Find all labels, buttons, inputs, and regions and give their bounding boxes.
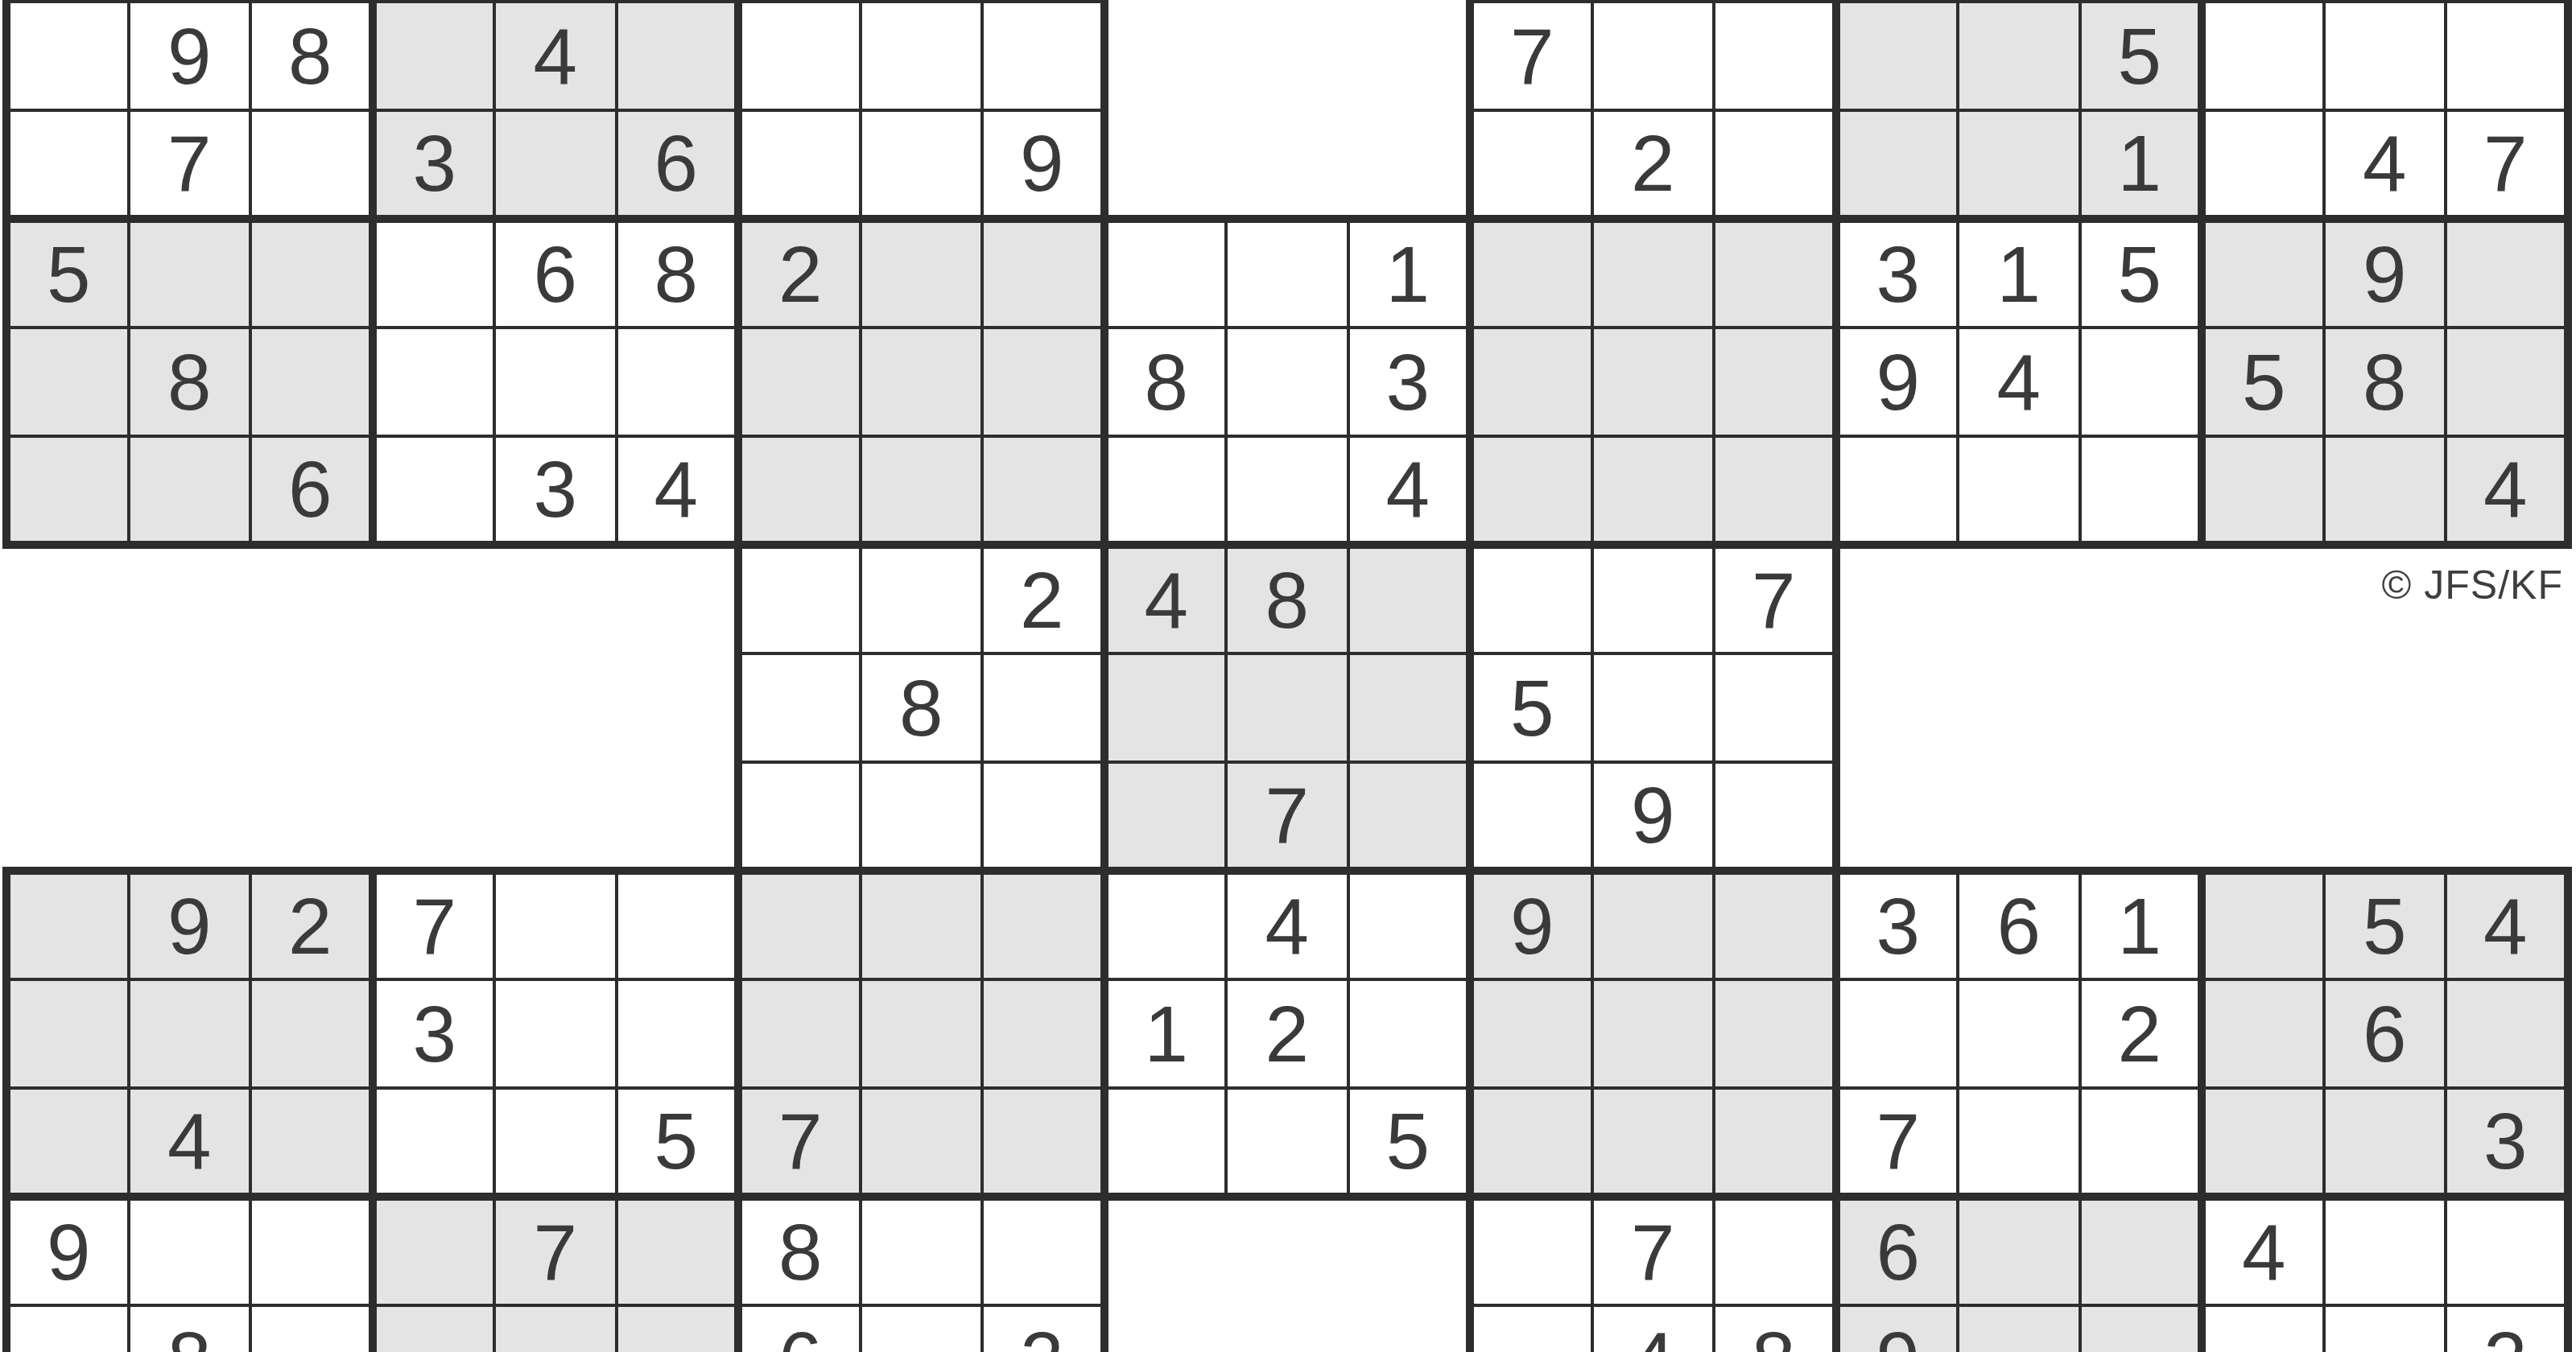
cell-center-r2c1[interactable] bbox=[742, 329, 859, 435]
cell-top-left-r5c5[interactable]: 4 bbox=[496, 3, 615, 109]
cell-bottom-left-r2c9[interactable] bbox=[984, 981, 1100, 1086]
cell-top-right-r7c8[interactable]: 9 bbox=[2326, 223, 2445, 326]
cell-center-r7c6[interactable] bbox=[1350, 875, 1467, 978]
cell-bottom-left-r1c3[interactable]: 2 bbox=[252, 875, 369, 978]
cell-top-left-r8c4[interactable] bbox=[377, 329, 493, 435]
cell-bottom-left-r2c3[interactable] bbox=[252, 981, 369, 1086]
cell-bottom-right-r4c9[interactable] bbox=[2447, 1201, 2564, 1304]
cell-bottom-right-r3c9[interactable]: 3 bbox=[2447, 1090, 2564, 1193]
cell-bottom-right-r1c6[interactable]: 1 bbox=[2082, 875, 2198, 978]
cell-bottom-left-r2c6[interactable] bbox=[618, 981, 735, 1086]
cell-top-left-r5c4[interactable] bbox=[377, 3, 493, 109]
cell-top-right-r5c8[interactable] bbox=[2326, 3, 2445, 109]
cell-top-right-r8c6[interactable] bbox=[2082, 329, 2198, 435]
cell-bottom-right-r4c1[interactable] bbox=[1474, 1201, 1591, 1304]
cell-bottom-right-r1c4[interactable]: 3 bbox=[1840, 875, 1957, 978]
cell-top-left-r6c4[interactable]: 3 bbox=[377, 112, 493, 215]
cell-top-left-r9c3[interactable]: 6 bbox=[252, 438, 369, 541]
cell-center-r5c1[interactable] bbox=[742, 655, 859, 760]
cell-bottom-left-r3c6[interactable]: 5 bbox=[618, 1090, 735, 1193]
cell-top-left-r8c6[interactable] bbox=[618, 329, 735, 435]
cell-top-left-r8c1[interactable] bbox=[10, 329, 127, 435]
cell-top-right-r9c4[interactable] bbox=[1840, 438, 1957, 541]
cell-top-left-r7c3[interactable] bbox=[252, 223, 369, 326]
cell-bottom-right-r1c8[interactable]: 5 bbox=[2326, 875, 2445, 978]
cell-center-r3c1[interactable] bbox=[742, 438, 859, 541]
cell-top-right-r8c8[interactable]: 8 bbox=[2326, 329, 2445, 435]
cell-top-left-r9c2[interactable] bbox=[130, 438, 250, 541]
cell-top-left-r5c7[interactable] bbox=[742, 3, 859, 109]
cell-center-r2c6[interactable]: 3 bbox=[1350, 329, 1467, 435]
cell-bottom-right-r4c4[interactable]: 6 bbox=[1840, 1201, 1957, 1304]
cell-center-r1c2[interactable] bbox=[862, 223, 981, 326]
cell-top-right-r8c9[interactable] bbox=[2447, 329, 2564, 435]
cell-top-right-r7c9[interactable] bbox=[2447, 223, 2564, 326]
cell-center-r1c1[interactable]: 2 bbox=[742, 223, 859, 326]
cell-bottom-left-r3c4[interactable] bbox=[377, 1090, 493, 1193]
cell-bottom-right-r2c7[interactable] bbox=[2206, 981, 2322, 1086]
cell-center-r1c5[interactable] bbox=[1228, 223, 1347, 326]
cell-bottom-right-r5c2[interactable]: 4 bbox=[1594, 1307, 1713, 1352]
cell-bottom-left-r5c4[interactable] bbox=[377, 1307, 493, 1352]
cell-center-r4c8[interactable] bbox=[1594, 549, 1713, 652]
cell-top-left-r6c2[interactable]: 7 bbox=[130, 112, 250, 215]
cell-bottom-right-r3c7[interactable] bbox=[2206, 1090, 2322, 1193]
cell-center-r5c3[interactable] bbox=[984, 655, 1100, 760]
cell-center-r8c5[interactable]: 2 bbox=[1228, 981, 1347, 1086]
cell-top-right-r7c5[interactable]: 1 bbox=[1959, 223, 2079, 326]
cell-bottom-left-r5c3[interactable] bbox=[252, 1307, 369, 1352]
cell-bottom-left-r2c8[interactable] bbox=[862, 981, 981, 1086]
cell-center-r6c3[interactable] bbox=[984, 764, 1100, 867]
cell-center-r2c5[interactable] bbox=[1228, 329, 1347, 435]
copyright-credit: © JFS/KF bbox=[2382, 562, 2563, 608]
cell-bottom-left-r3c9[interactable] bbox=[984, 1090, 1100, 1193]
cell-bottom-left-r3c1[interactable] bbox=[10, 1090, 127, 1193]
cell-bottom-left-r4c9[interactable] bbox=[984, 1201, 1100, 1304]
cell-center-r3c5[interactable] bbox=[1228, 438, 1347, 541]
cell-center-r4c2[interactable] bbox=[862, 549, 981, 652]
cell-top-left-r7c1[interactable]: 5 bbox=[10, 223, 127, 326]
cell-bottom-right-r3c5[interactable] bbox=[1959, 1090, 2079, 1193]
cell-bottom-right-r4c2[interactable]: 7 bbox=[1594, 1201, 1713, 1304]
cell-center-r9c4[interactable] bbox=[1108, 1090, 1225, 1193]
cell-bottom-right-r2c4[interactable] bbox=[1840, 981, 1957, 1086]
cell-top-right-r5c1[interactable]: 7 bbox=[1474, 3, 1591, 109]
cell-top-right-r8c7[interactable]: 5 bbox=[2206, 329, 2322, 435]
cell-center-r6c2[interactable] bbox=[862, 764, 981, 867]
cell-bottom-left-r4c7[interactable]: 8 bbox=[742, 1201, 859, 1304]
cell-top-right-r5c5[interactable] bbox=[1959, 3, 2079, 109]
cell-top-right-r6c7[interactable] bbox=[2206, 112, 2322, 215]
cell-center-r9c5[interactable] bbox=[1228, 1090, 1347, 1193]
cell-bottom-right-r5c7[interactable] bbox=[2206, 1307, 2322, 1352]
cell-bottom-right-r1c5[interactable]: 6 bbox=[1959, 875, 2079, 978]
cell-bottom-left-r4c2[interactable] bbox=[130, 1201, 250, 1304]
cell-bottom-left-r1c2[interactable]: 9 bbox=[130, 875, 250, 978]
cell-center-r8c6[interactable] bbox=[1350, 981, 1467, 1086]
cell-top-right-r6c2[interactable]: 2 bbox=[1594, 112, 1713, 215]
cell-top-left-r8c5[interactable] bbox=[496, 329, 615, 435]
cell-top-left-r6c3[interactable] bbox=[252, 112, 369, 215]
cell-bottom-left-r4c8[interactable] bbox=[862, 1201, 981, 1304]
cell-center-r6c1[interactable] bbox=[742, 764, 859, 867]
cell-top-left-r6c6[interactable]: 6 bbox=[618, 112, 735, 215]
cell-bottom-right-r3c3[interactable] bbox=[1715, 1090, 1832, 1193]
cell-top-left-r9c6[interactable]: 4 bbox=[618, 438, 735, 541]
cell-bottom-left-r1c4[interactable]: 7 bbox=[377, 875, 493, 978]
cell-top-left-r7c5[interactable]: 6 bbox=[496, 223, 615, 326]
cell-bottom-left-r4c5[interactable]: 7 bbox=[496, 1201, 615, 1304]
cell-bottom-left-r5c5[interactable] bbox=[496, 1307, 615, 1352]
cell-center-r7c5[interactable]: 4 bbox=[1228, 875, 1347, 978]
cell-bottom-right-r5c8[interactable] bbox=[2326, 1307, 2445, 1352]
cell-top-right-r9c9[interactable]: 4 bbox=[2447, 438, 2564, 541]
cell-bottom-left-r4c3[interactable] bbox=[252, 1201, 369, 1304]
cell-center-r3c8[interactable] bbox=[1594, 438, 1713, 541]
cell-bottom-right-r5c3[interactable]: 8 bbox=[1715, 1307, 1832, 1352]
cell-top-left-r9c5[interactable]: 3 bbox=[496, 438, 615, 541]
cell-center-r3c6[interactable]: 4 bbox=[1350, 438, 1467, 541]
cell-bottom-right-r1c3[interactable] bbox=[1715, 875, 1832, 978]
bottom-left-grid-panel: 9273457978862 bbox=[2, 867, 1108, 1352]
cell-center-r9c6[interactable]: 5 bbox=[1350, 1090, 1467, 1193]
cell-bottom-left-r1c5[interactable] bbox=[496, 875, 615, 978]
cell-center-r4c6[interactable] bbox=[1350, 549, 1467, 652]
cell-center-r1c3[interactable] bbox=[984, 223, 1100, 326]
cell-bottom-left-r3c3[interactable] bbox=[252, 1090, 369, 1193]
cell-bottom-left-r5c1[interactable] bbox=[10, 1307, 127, 1352]
cell-center-r2c4[interactable]: 8 bbox=[1108, 329, 1225, 435]
cell-top-right-r6c9[interactable]: 7 bbox=[2447, 112, 2564, 215]
cell-top-right-r5c9[interactable] bbox=[2447, 3, 2564, 109]
cell-top-right-r8c5[interactable]: 4 bbox=[1959, 329, 2079, 435]
cell-bottom-right-r1c9[interactable]: 4 bbox=[2447, 875, 2564, 978]
cell-center-r4c7[interactable] bbox=[1474, 549, 1591, 652]
cell-center-r6c6[interactable] bbox=[1350, 764, 1467, 867]
cell-center-r7c4[interactable] bbox=[1108, 875, 1225, 978]
cell-bottom-right-r2c8[interactable]: 6 bbox=[2326, 981, 2445, 1086]
cell-bottom-right-r5c1[interactable] bbox=[1474, 1307, 1591, 1352]
cell-center-r3c9[interactable] bbox=[1715, 438, 1832, 541]
cell-top-right-r5c4[interactable] bbox=[1840, 3, 1957, 109]
cell-bottom-left-r2c5[interactable] bbox=[496, 981, 615, 1086]
cell-bottom-left-r1c6[interactable] bbox=[618, 875, 735, 978]
cell-center-r8c4[interactable]: 1 bbox=[1108, 981, 1225, 1086]
cell-top-right-r7c7[interactable] bbox=[2206, 223, 2322, 326]
cell-top-left-r5c6[interactable] bbox=[618, 3, 735, 109]
cell-top-right-r9c8[interactable] bbox=[2326, 438, 2445, 541]
cell-top-right-r6c1[interactable] bbox=[1474, 112, 1591, 215]
cell-center-r6c4[interactable] bbox=[1108, 764, 1225, 867]
cell-bottom-right-r1c1[interactable]: 9 bbox=[1474, 875, 1591, 978]
cell-top-left-r6c1[interactable] bbox=[10, 112, 127, 215]
cell-center-r6c9[interactable] bbox=[1715, 764, 1832, 867]
cell-center-r5c4[interactable] bbox=[1108, 655, 1225, 760]
cell-bottom-right-r5c6[interactable] bbox=[2082, 1307, 2198, 1352]
cell-center-r1c8[interactable] bbox=[1594, 223, 1713, 326]
cell-center-r6c7[interactable] bbox=[1474, 764, 1591, 867]
cell-top-right-r5c2[interactable] bbox=[1594, 3, 1713, 109]
cell-top-right-r6c3[interactable] bbox=[1715, 112, 1832, 215]
cell-top-left-r5c9[interactable] bbox=[984, 3, 1100, 109]
cell-center-r5c7[interactable]: 5 bbox=[1474, 655, 1591, 760]
cell-center-r4c3[interactable]: 2 bbox=[984, 549, 1100, 652]
cell-bottom-right-r4c3[interactable] bbox=[1715, 1201, 1832, 1304]
cell-top-right-r7c4[interactable]: 3 bbox=[1840, 223, 1957, 326]
cell-bottom-right-r1c2[interactable] bbox=[1594, 875, 1713, 978]
cell-center-r6c5[interactable]: 7 bbox=[1228, 764, 1347, 867]
cell-bottom-right-r2c2[interactable] bbox=[1594, 981, 1713, 1086]
cell-top-right-r8c4[interactable]: 9 bbox=[1840, 329, 1957, 435]
cell-bottom-left-r3c5[interactable] bbox=[496, 1090, 615, 1193]
cell-center-r5c6[interactable] bbox=[1350, 655, 1467, 760]
cell-top-right-r5c7[interactable] bbox=[2206, 3, 2322, 109]
cell-bottom-right-r2c3[interactable] bbox=[1715, 981, 1832, 1086]
cell-center-r5c2[interactable]: 8 bbox=[862, 655, 981, 760]
cell-top-left-r9c1[interactable] bbox=[10, 438, 127, 541]
cell-top-right-r6c4[interactable] bbox=[1840, 112, 1957, 215]
cell-bottom-right-r4c8[interactable] bbox=[2326, 1201, 2445, 1304]
cell-top-left-r6c9[interactable]: 9 bbox=[984, 112, 1100, 215]
cell-top-right-r6c6[interactable]: 1 bbox=[2082, 112, 2198, 215]
cell-top-right-r9c7[interactable] bbox=[2206, 438, 2322, 541]
cell-top-left-r7c6[interactable]: 8 bbox=[618, 223, 735, 326]
cell-center-r3c4[interactable] bbox=[1108, 438, 1225, 541]
cell-center-r1c4[interactable] bbox=[1108, 223, 1225, 326]
cell-top-right-r6c5[interactable] bbox=[1959, 112, 2079, 215]
cell-bottom-left-r3c8[interactable] bbox=[862, 1090, 981, 1193]
cell-bottom-left-r5c8[interactable] bbox=[862, 1307, 981, 1352]
cell-bottom-right-r4c5[interactable] bbox=[1959, 1201, 2079, 1304]
cell-bottom-left-r4c1[interactable]: 9 bbox=[10, 1201, 127, 1304]
cell-bottom-right-r5c5[interactable] bbox=[1959, 1307, 2079, 1352]
cell-center-r6c8[interactable]: 9 bbox=[1594, 764, 1713, 867]
cell-top-left-r9c4[interactable] bbox=[377, 438, 493, 541]
cell-top-right-r5c6[interactable]: 5 bbox=[2082, 3, 2198, 109]
cell-bottom-left-r1c9[interactable] bbox=[984, 875, 1100, 978]
cell-center-r2c8[interactable] bbox=[1594, 329, 1713, 435]
cell-bottom-left-r5c7[interactable]: 6 bbox=[742, 1307, 859, 1352]
cell-bottom-right-r4c6[interactable] bbox=[2082, 1201, 2198, 1304]
cell-top-left-r5c3[interactable]: 8 bbox=[252, 3, 369, 109]
cell-bottom-right-r3c8[interactable] bbox=[2326, 1090, 2445, 1193]
cell-top-left-r7c4[interactable] bbox=[377, 223, 493, 326]
cell-bottom-right-r2c1[interactable] bbox=[1474, 981, 1591, 1086]
cell-center-r3c2[interactable] bbox=[862, 438, 981, 541]
cell-bottom-right-r3c2[interactable] bbox=[1594, 1090, 1713, 1193]
cell-bottom-right-r3c1[interactable] bbox=[1474, 1090, 1591, 1193]
cell-top-left-r5c1[interactable] bbox=[10, 3, 127, 109]
cell-top-right-r7c6[interactable]: 5 bbox=[2082, 223, 2198, 326]
cell-top-left-r8c3[interactable] bbox=[252, 329, 369, 435]
cell-bottom-left-r3c2[interactable]: 4 bbox=[130, 1090, 250, 1193]
cell-bottom-left-r1c7[interactable] bbox=[742, 875, 859, 978]
cell-center-r1c9[interactable] bbox=[1715, 223, 1832, 326]
cell-bottom-left-r2c2[interactable] bbox=[130, 981, 250, 1086]
cell-bottom-left-r4c4[interactable] bbox=[377, 1201, 493, 1304]
cell-bottom-left-r3c7[interactable]: 7 bbox=[742, 1090, 859, 1193]
cell-bottom-right-r5c4[interactable]: 9 bbox=[1840, 1307, 1957, 1352]
cell-bottom-right-r3c6[interactable] bbox=[2082, 1090, 2198, 1193]
cell-center-r5c8[interactable] bbox=[1594, 655, 1713, 760]
cell-bottom-right-r2c5[interactable] bbox=[1959, 981, 2079, 1086]
cell-center-r4c1[interactable] bbox=[742, 549, 859, 652]
cell-top-left-r6c5[interactable] bbox=[496, 112, 615, 215]
cell-bottom-left-r5c6[interactable] bbox=[618, 1307, 735, 1352]
cell-top-left-r7c2[interactable] bbox=[130, 223, 250, 326]
cell-center-r1c6[interactable]: 1 bbox=[1350, 223, 1467, 326]
cell-top-left-r5c8[interactable] bbox=[862, 3, 981, 109]
cell-center-r3c7[interactable] bbox=[1474, 438, 1591, 541]
cell-bottom-right-r4c7[interactable]: 4 bbox=[2206, 1201, 2322, 1304]
cell-bottom-left-r2c1[interactable] bbox=[10, 981, 127, 1086]
cell-center-r5c5[interactable] bbox=[1228, 655, 1347, 760]
cell-center-r2c7[interactable] bbox=[1474, 329, 1591, 435]
cell-top-right-r6c8[interactable]: 4 bbox=[2326, 112, 2445, 215]
cell-bottom-left-r2c7[interactable] bbox=[742, 981, 859, 1086]
cell-top-left-r6c7[interactable] bbox=[742, 112, 859, 215]
cell-top-left-r8c2[interactable]: 8 bbox=[130, 329, 250, 435]
cell-bottom-left-r4c6[interactable] bbox=[618, 1201, 735, 1304]
cell-bottom-right-r2c6[interactable]: 2 bbox=[2082, 981, 2198, 1086]
cell-top-right-r5c3[interactable] bbox=[1715, 3, 1832, 109]
cell-bottom-left-r1c8[interactable] bbox=[862, 875, 981, 978]
cell-center-r2c9[interactable] bbox=[1715, 329, 1832, 435]
cell-bottom-left-r5c2[interactable]: 8 bbox=[130, 1307, 250, 1352]
cell-center-r2c3[interactable] bbox=[984, 329, 1100, 435]
cell-bottom-left-r5c9[interactable]: 2 bbox=[984, 1307, 1100, 1352]
cell-center-r2c2[interactable] bbox=[862, 329, 981, 435]
cell-bottom-right-r2c9[interactable] bbox=[2447, 981, 2564, 1086]
cell-bottom-left-r1c1[interactable] bbox=[10, 875, 127, 978]
cell-center-r4c4[interactable]: 4 bbox=[1108, 549, 1225, 652]
cell-top-left-r6c8[interactable] bbox=[862, 112, 981, 215]
cell-center-r4c5[interactable]: 8 bbox=[1228, 549, 1347, 652]
cell-center-r4c9[interactable]: 7 bbox=[1715, 549, 1832, 652]
cell-center-r3c3[interactable] bbox=[984, 438, 1100, 541]
cell-top-right-r9c5[interactable] bbox=[1959, 438, 2079, 541]
bottom-right-grid-panel: 93615426737644892 bbox=[1466, 867, 2572, 1352]
cell-bottom-left-r2c4[interactable]: 3 bbox=[377, 981, 493, 1086]
cell-center-r1c7[interactable] bbox=[1474, 223, 1591, 326]
cell-center-r5c9[interactable] bbox=[1715, 655, 1832, 760]
cell-top-left-r5c2[interactable]: 9 bbox=[130, 3, 250, 109]
cell-bottom-right-r1c7[interactable] bbox=[2206, 875, 2322, 978]
samurai-sudoku-board: © JFS/KF 9847369568286347521473159945842… bbox=[0, 0, 2576, 1352]
cell-bottom-right-r3c4[interactable]: 7 bbox=[1840, 1090, 1957, 1193]
cell-bottom-right-r5c9[interactable]: 2 bbox=[2447, 1307, 2564, 1352]
cell-top-right-r9c6[interactable] bbox=[2082, 438, 2198, 541]
